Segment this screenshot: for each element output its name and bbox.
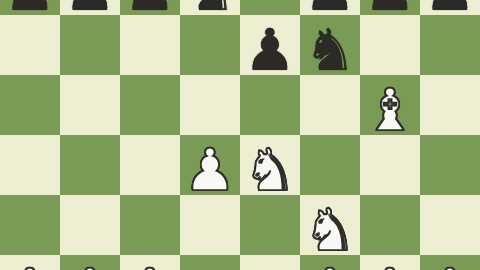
square-g3[interactable] bbox=[360, 195, 420, 255]
square-c5[interactable] bbox=[120, 75, 180, 135]
square-a6[interactable] bbox=[0, 15, 60, 75]
square-g4[interactable] bbox=[360, 135, 420, 195]
black-knight-f6[interactable]: ♞ bbox=[300, 21, 360, 79]
square-c7[interactable]: ♟ bbox=[120, 0, 180, 15]
square-f6[interactable]: ♞ bbox=[300, 15, 360, 75]
square-c4[interactable] bbox=[120, 135, 180, 195]
square-d2[interactable] bbox=[180, 255, 240, 270]
square-b7[interactable]: ♟ bbox=[60, 0, 120, 15]
square-c6[interactable] bbox=[120, 15, 180, 75]
square-d5[interactable] bbox=[180, 75, 240, 135]
square-g5[interactable]: ♝ bbox=[360, 75, 420, 135]
square-d3[interactable] bbox=[180, 195, 240, 255]
square-a7[interactable]: ♟ bbox=[0, 0, 60, 15]
white-pawn-b2[interactable]: ♟ bbox=[60, 261, 120, 270]
square-e4[interactable]: ♞ bbox=[240, 135, 300, 195]
white-knight-f3[interactable]: ♞ bbox=[300, 201, 360, 259]
square-h5[interactable] bbox=[420, 75, 480, 135]
white-pawn-g2[interactable]: ♟ bbox=[360, 261, 420, 270]
square-a2[interactable]: ♟ bbox=[0, 255, 60, 270]
square-g7[interactable]: ♟ bbox=[360, 0, 420, 15]
white-pawn-h2[interactable]: ♟ bbox=[420, 261, 480, 270]
chess-board: ♟♟♟♞♟♟♟♟♞♝♟♞♞♟♟♟♟♟♟ bbox=[0, 0, 480, 270]
square-b3[interactable] bbox=[60, 195, 120, 255]
square-h7[interactable]: ♟ bbox=[420, 0, 480, 15]
white-bishop-g5[interactable]: ♝ bbox=[360, 81, 420, 139]
square-b5[interactable] bbox=[60, 75, 120, 135]
square-f7[interactable]: ♟ bbox=[300, 0, 360, 15]
white-pawn-c2[interactable]: ♟ bbox=[120, 261, 180, 270]
white-pawn-a2[interactable]: ♟ bbox=[0, 261, 60, 270]
chess-board-viewport: ♟♟♟♞♟♟♟♟♞♝♟♞♞♟♟♟♟♟♟ bbox=[0, 0, 480, 270]
square-h4[interactable] bbox=[420, 135, 480, 195]
square-d6[interactable] bbox=[180, 15, 240, 75]
square-c2[interactable]: ♟ bbox=[120, 255, 180, 270]
square-e6[interactable]: ♟ bbox=[240, 15, 300, 75]
black-pawn-e6[interactable]: ♟ bbox=[240, 21, 300, 79]
square-c3[interactable] bbox=[120, 195, 180, 255]
white-knight-e4[interactable]: ♞ bbox=[240, 141, 300, 199]
square-f3[interactable]: ♞ bbox=[300, 195, 360, 255]
square-f2[interactable]: ♟ bbox=[300, 255, 360, 270]
square-g6[interactable] bbox=[360, 15, 420, 75]
square-f5[interactable] bbox=[300, 75, 360, 135]
square-a4[interactable] bbox=[0, 135, 60, 195]
square-e2[interactable] bbox=[240, 255, 300, 270]
square-h2[interactable]: ♟ bbox=[420, 255, 480, 270]
square-e7[interactable] bbox=[240, 0, 300, 15]
square-b6[interactable] bbox=[60, 15, 120, 75]
square-e5[interactable] bbox=[240, 75, 300, 135]
square-b4[interactable] bbox=[60, 135, 120, 195]
square-g2[interactable]: ♟ bbox=[360, 255, 420, 270]
square-h3[interactable] bbox=[420, 195, 480, 255]
white-pawn-d4[interactable]: ♟ bbox=[180, 141, 240, 199]
square-d7[interactable]: ♞ bbox=[180, 0, 240, 15]
square-a5[interactable] bbox=[0, 75, 60, 135]
square-h6[interactable] bbox=[420, 15, 480, 75]
square-d4[interactable]: ♟ bbox=[180, 135, 240, 195]
square-e3[interactable] bbox=[240, 195, 300, 255]
square-f4[interactable] bbox=[300, 135, 360, 195]
square-b2[interactable]: ♟ bbox=[60, 255, 120, 270]
square-a3[interactable] bbox=[0, 195, 60, 255]
white-pawn-f2[interactable]: ♟ bbox=[300, 261, 360, 270]
